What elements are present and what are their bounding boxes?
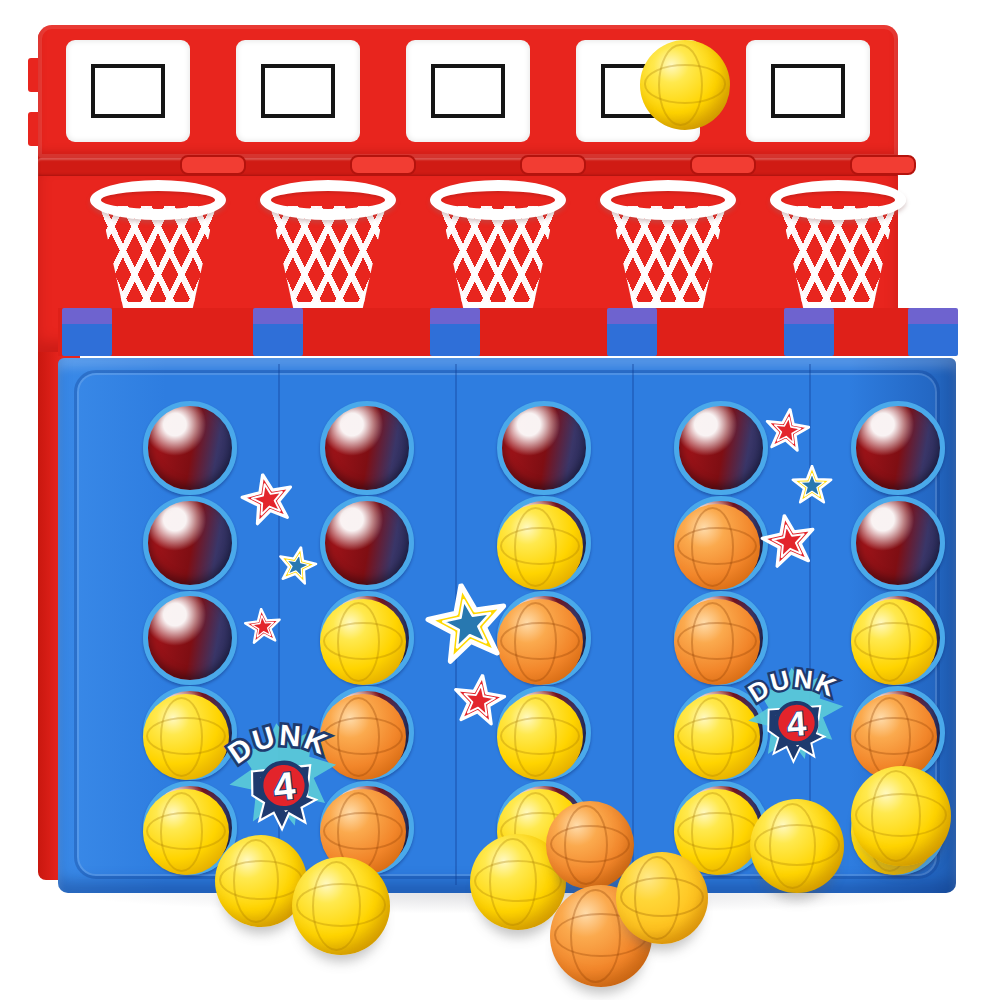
dunk4-logo: DUNK 4 [738,654,852,776]
star-decal-red [757,510,822,575]
grid-ball [143,694,229,780]
loose-ball[interactable] [616,852,708,944]
funnel-divider [253,308,303,356]
hoop-rim [600,180,736,220]
grid-hole[interactable] [674,496,768,590]
hinge-knuckle [690,155,756,175]
dunk4-game-scene: DUNK 4 DUNK 4 [0,0,1000,1000]
hoop-net [778,206,898,308]
hoop-net [438,206,558,308]
backboard-target-rect [431,64,505,118]
grid-hole[interactable] [497,686,591,780]
grid-hole[interactable] [143,401,237,495]
grid-hole[interactable] [851,401,945,495]
ball [750,799,844,893]
hoop-net [268,206,388,308]
funnel-divider [908,308,958,356]
basketball-hoop-4[interactable] [598,180,738,312]
hoop-net [98,206,218,308]
backboard-panel [66,40,190,142]
star-decal-red [242,606,284,648]
ball [851,766,951,866]
backboard-panel [406,40,530,142]
backboard-panel [236,40,360,142]
backboard-target-rect [261,64,335,118]
backboard-bar [38,25,898,158]
grid-hole[interactable] [320,401,414,495]
grid-hole[interactable] [320,591,414,685]
ball [640,40,730,130]
grid-hole[interactable] [497,496,591,590]
star-decal-red [449,671,510,732]
grid-hole[interactable] [143,591,237,685]
grid-ball [674,504,760,590]
star-decal-yellow-teal [419,576,516,673]
backboard-target-rect [91,64,165,118]
loose-ball[interactable] [851,766,951,866]
grid-hole[interactable] [497,401,591,495]
hinge-knuckle [180,155,246,175]
basketball-hoop-3[interactable] [428,180,568,312]
grid-ball [851,599,937,685]
basketball-hoop-2[interactable] [258,180,398,312]
loose-ball[interactable] [292,857,390,955]
ball-funnel-strip [58,308,956,356]
hoop-net [608,206,728,308]
funnel-divider [607,308,657,356]
hoop-rim [260,180,396,220]
star-decal-yellow-teal [791,465,833,507]
grid-hole[interactable] [320,496,414,590]
dunk4-logo: DUNK 4 [216,706,349,848]
grid-ball [320,599,406,685]
hinge-knuckle [850,155,916,175]
grid-ball [497,694,583,780]
funnel-divider [430,308,480,356]
hoop-rim [430,180,566,220]
backboard-panel [746,40,870,142]
hinge-knuckle [520,155,586,175]
grid-hole[interactable] [674,401,768,495]
grid-hole[interactable] [851,591,945,685]
loose-ball[interactable] [750,799,844,893]
hoop-rim [90,180,226,220]
grid-hole[interactable] [143,496,237,590]
hinge-bar [38,158,898,178]
basketball-hoop-5[interactable] [768,180,908,312]
svg-text:4: 4 [786,704,808,743]
star-decal-yellow-teal [273,542,320,589]
ball [616,852,708,944]
funnel-divider [784,308,834,356]
backboard-target-rect [771,64,845,118]
hinge-knuckle [350,155,416,175]
flying-ball[interactable] [640,40,730,130]
funnel-divider [62,308,112,356]
ball [292,857,390,955]
hoop-rim [770,180,906,220]
basketball-hoop-1[interactable] [88,180,228,312]
star-decal-red [236,468,300,532]
star-decal-red [761,405,813,457]
grid-ball [497,504,583,590]
grid-hole[interactable] [851,496,945,590]
